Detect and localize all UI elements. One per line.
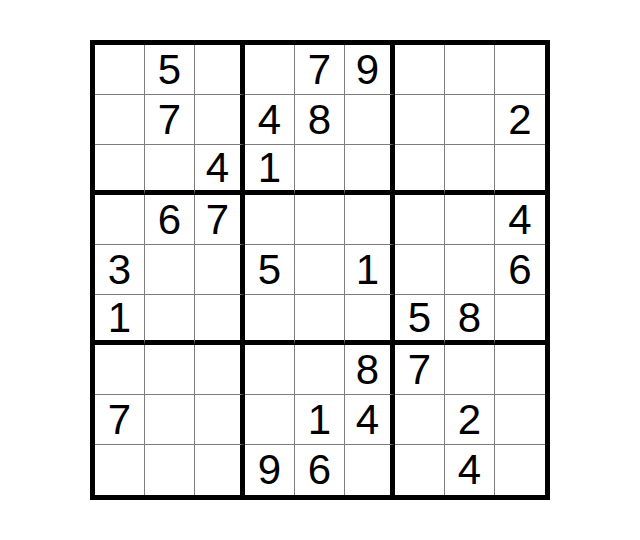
cell-r4c3-given: 7 <box>195 195 245 245</box>
cell-r1c7[interactable] <box>395 45 445 95</box>
cell-r7c8[interactable] <box>445 345 495 395</box>
cell-r8c8-given: 2 <box>445 395 495 445</box>
cell-r5c4-given: 5 <box>245 245 295 295</box>
cell-r9c3[interactable] <box>195 445 245 495</box>
cell-r9c5-given: 6 <box>295 445 345 495</box>
cell-r5c8[interactable] <box>445 245 495 295</box>
cell-r3c7[interactable] <box>395 145 445 195</box>
cell-r6c5[interactable] <box>295 295 345 345</box>
cell-r2c2-given: 7 <box>145 95 195 145</box>
cell-r2c3[interactable] <box>195 95 245 145</box>
cell-r7c6-given: 8 <box>345 345 395 395</box>
cell-r8c6-given: 4 <box>345 395 395 445</box>
cell-r9c8-given: 4 <box>445 445 495 495</box>
cell-r9c4-given: 9 <box>245 445 295 495</box>
cell-r8c9[interactable] <box>495 395 545 445</box>
cell-r3c5[interactable] <box>295 145 345 195</box>
cell-r1c5-given: 7 <box>295 45 345 95</box>
cell-r5c2[interactable] <box>145 245 195 295</box>
cell-r9c9[interactable] <box>495 445 545 495</box>
cell-r8c3[interactable] <box>195 395 245 445</box>
cell-r5c1-given: 3 <box>95 245 145 295</box>
cell-r7c3[interactable] <box>195 345 245 395</box>
cell-r6c2[interactable] <box>145 295 195 345</box>
cell-r1c6-given: 9 <box>345 45 395 95</box>
cell-r3c6[interactable] <box>345 145 395 195</box>
cell-r7c2[interactable] <box>145 345 195 395</box>
cell-r4c7[interactable] <box>395 195 445 245</box>
cell-r7c7-given: 7 <box>395 345 445 395</box>
cell-r2c1[interactable] <box>95 95 145 145</box>
cell-r6c4[interactable] <box>245 295 295 345</box>
cell-r7c9[interactable] <box>495 345 545 395</box>
cell-r5c3[interactable] <box>195 245 245 295</box>
cell-r9c2[interactable] <box>145 445 195 495</box>
cell-r6c1-given: 1 <box>95 295 145 345</box>
cell-r7c1[interactable] <box>95 345 145 395</box>
cell-r7c4[interactable] <box>245 345 295 395</box>
cell-r4c9-given: 4 <box>495 195 545 245</box>
cell-r3c4-given: 1 <box>245 145 295 195</box>
cell-r5c9-given: 6 <box>495 245 545 295</box>
cell-r2c4-given: 4 <box>245 95 295 145</box>
cell-r3c1[interactable] <box>95 145 145 195</box>
cell-r8c7[interactable] <box>395 395 445 445</box>
sudoku-board: 5797482416743516158877142964 <box>90 40 550 500</box>
cell-r5c6-given: 1 <box>345 245 395 295</box>
cell-r9c1[interactable] <box>95 445 145 495</box>
cell-r9c7[interactable] <box>395 445 445 495</box>
cell-r3c9[interactable] <box>495 145 545 195</box>
cell-r8c5-given: 1 <box>295 395 345 445</box>
cell-r8c1-given: 7 <box>95 395 145 445</box>
cell-r4c8[interactable] <box>445 195 495 245</box>
cell-r4c2-given: 6 <box>145 195 195 245</box>
cell-r1c3[interactable] <box>195 45 245 95</box>
cell-r4c1[interactable] <box>95 195 145 245</box>
cell-r3c3-given: 4 <box>195 145 245 195</box>
cell-r6c8-given: 8 <box>445 295 495 345</box>
cell-r2c9-given: 2 <box>495 95 545 145</box>
cell-r7c5[interactable] <box>295 345 345 395</box>
cell-r6c9[interactable] <box>495 295 545 345</box>
cell-r3c8[interactable] <box>445 145 495 195</box>
cell-r2c8[interactable] <box>445 95 495 145</box>
cell-r8c4[interactable] <box>245 395 295 445</box>
cell-r2c5-given: 8 <box>295 95 345 145</box>
cell-r1c2-given: 5 <box>145 45 195 95</box>
cell-r1c8[interactable] <box>445 45 495 95</box>
cell-r5c5[interactable] <box>295 245 345 295</box>
cell-r9c6[interactable] <box>345 445 395 495</box>
cell-r6c3[interactable] <box>195 295 245 345</box>
cell-r2c6[interactable] <box>345 95 395 145</box>
cell-r3c2[interactable] <box>145 145 195 195</box>
cell-r4c6[interactable] <box>345 195 395 245</box>
cell-r2c7[interactable] <box>395 95 445 145</box>
cell-r1c1[interactable] <box>95 45 145 95</box>
cell-r6c7-given: 5 <box>395 295 445 345</box>
cell-r4c4[interactable] <box>245 195 295 245</box>
cell-r1c9[interactable] <box>495 45 545 95</box>
cell-r4c5[interactable] <box>295 195 345 245</box>
cell-r5c7[interactable] <box>395 245 445 295</box>
cell-r6c6[interactable] <box>345 295 395 345</box>
cell-r1c4[interactable] <box>245 45 295 95</box>
cell-r8c2[interactable] <box>145 395 195 445</box>
